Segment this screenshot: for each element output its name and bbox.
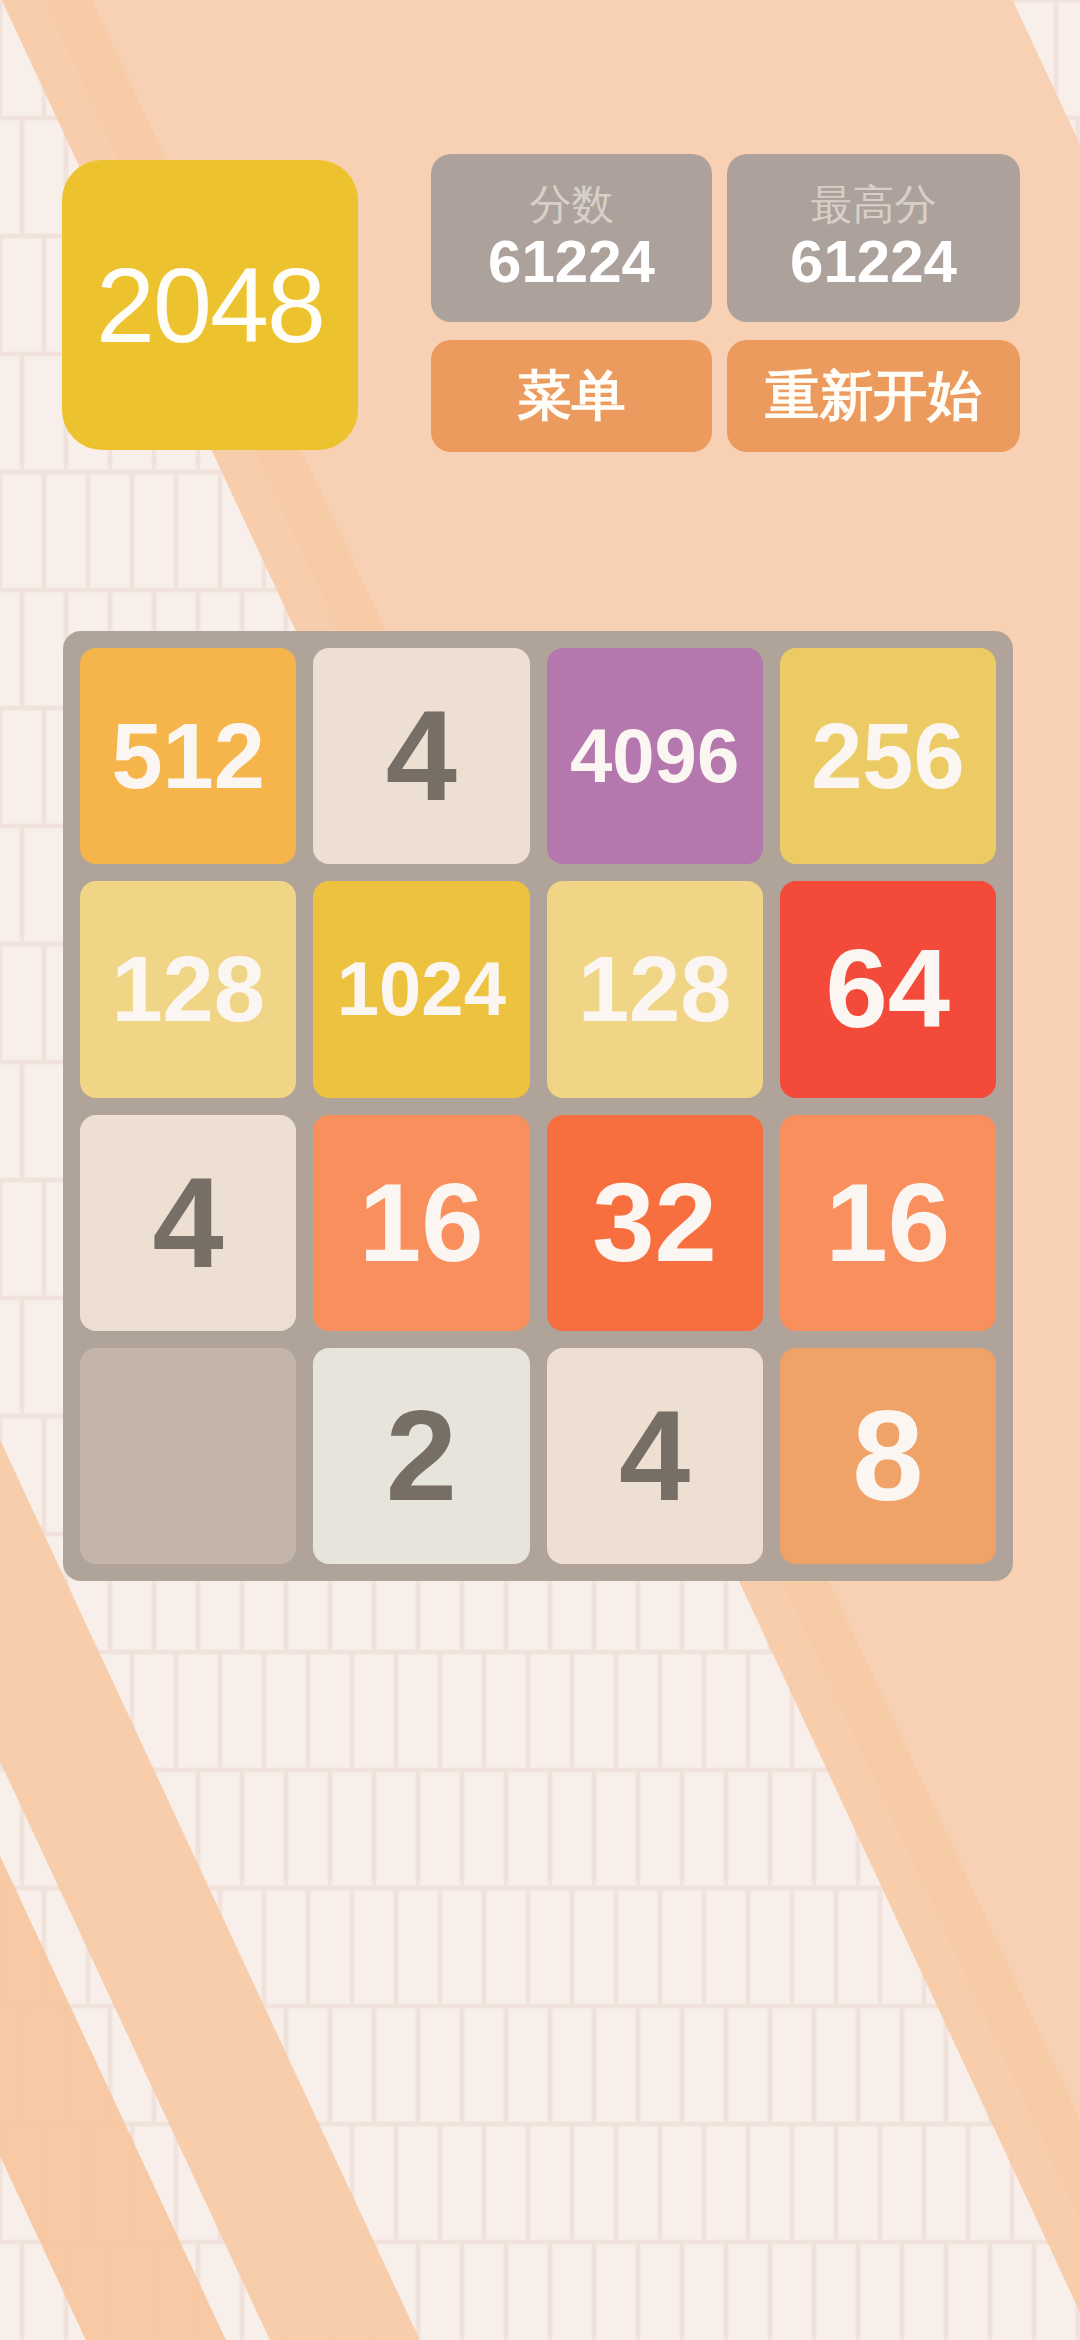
menu-button-label: 菜单 <box>518 360 626 433</box>
best-score-value: 61224 <box>790 232 957 292</box>
tile-4-r3c1: 4 <box>80 1115 296 1331</box>
tile-128-r2c3: 128 <box>547 881 763 1097</box>
tile-8-r4c4: 8 <box>780 1348 996 1564</box>
score-label: 分数 <box>530 184 614 226</box>
tile-16-r3c2: 16 <box>313 1115 529 1331</box>
restart-button-label: 重新开始 <box>766 360 982 433</box>
empty-cell-r4c1 <box>80 1348 296 1564</box>
tile-2-r4c2: 2 <box>313 1348 529 1564</box>
tile-4-r1c2: 4 <box>313 648 529 864</box>
score-value: 61224 <box>488 232 655 292</box>
tile-128-r2c1: 128 <box>80 881 296 1097</box>
score-box: 分数 61224 <box>431 154 712 322</box>
game-board[interactable]: 512440962561281024128644163216248 <box>63 631 1013 1581</box>
best-score-box: 最高分 61224 <box>727 154 1020 322</box>
tile-32-r3c3: 32 <box>547 1115 763 1331</box>
tile-4096-r1c3: 4096 <box>547 648 763 864</box>
tile-16-r3c4: 16 <box>780 1115 996 1331</box>
restart-button[interactable]: 重新开始 <box>727 340 1020 452</box>
game-logo-tile: 2048 <box>62 160 358 450</box>
best-score-label: 最高分 <box>811 184 937 226</box>
tile-1024-r2c2: 1024 <box>313 881 529 1097</box>
game-logo-text: 2048 <box>96 245 324 366</box>
tile-512-r1c1: 512 <box>80 648 296 864</box>
tile-64-r2c4: 64 <box>780 881 996 1097</box>
menu-button[interactable]: 菜单 <box>431 340 712 452</box>
tile-4-r4c3: 4 <box>547 1348 763 1564</box>
tile-256-r1c4: 256 <box>780 648 996 864</box>
